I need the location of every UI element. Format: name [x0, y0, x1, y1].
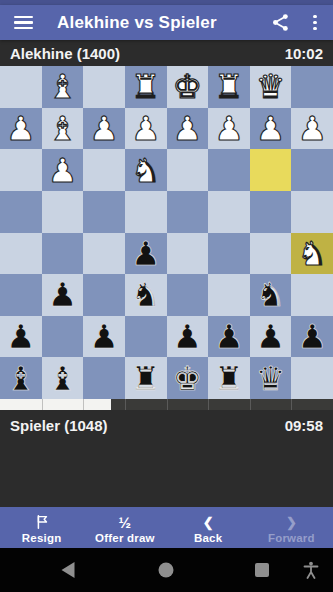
eval-bar-separator — [291, 399, 292, 410]
square-b4[interactable] — [250, 191, 292, 233]
black-knight: ♞ — [256, 274, 286, 315]
black-pawn: ♟ — [173, 316, 203, 357]
black-pawn: ♟ — [256, 316, 286, 357]
white-rook: ♜ — [214, 66, 244, 107]
white-pawn: ♟ — [256, 108, 286, 149]
square-d5[interactable] — [167, 233, 209, 275]
square-g5[interactable] — [42, 233, 84, 275]
nav-recents-icon[interactable] — [255, 563, 269, 577]
square-h3[interactable] — [0, 149, 42, 191]
android-nav-bar — [0, 548, 333, 592]
square-a1[interactable] — [291, 66, 333, 108]
square-g2[interactable]: ♝ — [42, 108, 84, 150]
black-rook: ♜ — [214, 358, 244, 399]
square-f4[interactable] — [83, 191, 125, 233]
square-c3[interactable] — [208, 149, 250, 191]
square-e8[interactable]: ♜ — [125, 357, 167, 399]
white-knight: ♞ — [131, 150, 161, 191]
square-f1[interactable] — [83, 66, 125, 108]
square-f8[interactable] — [83, 357, 125, 399]
offer-draw-button[interactable]: ½ Offer draw — [83, 507, 166, 548]
square-g3[interactable]: ♟ — [42, 149, 84, 191]
square-g7[interactable] — [42, 316, 84, 358]
square-f7[interactable]: ♟ — [83, 316, 125, 358]
panel-spacer — [0, 440, 333, 507]
square-f2[interactable]: ♟ — [83, 108, 125, 150]
white-pawn: ♟ — [297, 108, 327, 149]
square-b7[interactable]: ♟ — [250, 316, 292, 358]
square-d4[interactable] — [167, 191, 209, 233]
black-queen: ♛ — [256, 358, 286, 399]
square-f5[interactable] — [83, 233, 125, 275]
square-a3[interactable] — [291, 149, 333, 191]
white-bishop: ♝ — [48, 66, 78, 107]
accessibility-icon[interactable] — [303, 561, 319, 579]
square-d3[interactable] — [167, 149, 209, 191]
square-d6[interactable] — [167, 274, 209, 316]
square-c7[interactable]: ♟ — [208, 316, 250, 358]
square-f6[interactable] — [83, 274, 125, 316]
white-pawn: ♟ — [89, 108, 119, 149]
square-e6[interactable]: ♞ — [125, 274, 167, 316]
chevron-right-icon: ❯ — [286, 514, 297, 531]
black-pawn: ♟ — [297, 316, 327, 357]
square-h2[interactable]: ♟ — [0, 108, 42, 150]
square-a6[interactable] — [291, 274, 333, 316]
offer-draw-label: Offer draw — [95, 532, 155, 544]
black-knight: ♞ — [131, 274, 161, 315]
opponent-bar: Alekhine (1400) 10:02 — [0, 40, 333, 66]
player-clock: 09:58 — [285, 417, 323, 434]
eval-bar — [0, 399, 333, 410]
black-king: ♚ — [173, 358, 203, 399]
bottom-toolbar: Resign ½ Offer draw ❮ Back ❯ Forward — [0, 507, 333, 548]
eval-bar-separator — [208, 399, 209, 410]
player-name: Spieler (1048) — [10, 417, 108, 434]
eval-bar-separator — [167, 399, 168, 410]
chess-board[interactable]: ♝♜♚♜♛♟♝♟♟♟♟♟♟♟♞♟♞♟♞♞♟♟♟♟♟♟♝♝♜♚♜♛ — [0, 66, 333, 399]
white-pawn: ♟ — [6, 108, 36, 149]
square-b3[interactable] — [250, 149, 292, 191]
square-a5[interactable]: ♞ — [291, 233, 333, 275]
square-g8[interactable]: ♝ — [42, 357, 84, 399]
square-c6[interactable] — [208, 274, 250, 316]
black-pawn: ♟ — [6, 316, 36, 357]
white-pawn: ♟ — [48, 150, 78, 191]
square-g6[interactable]: ♟ — [42, 274, 84, 316]
square-h4[interactable] — [0, 191, 42, 233]
white-pawn: ♟ — [173, 108, 203, 149]
square-b8[interactable]: ♛ — [250, 357, 292, 399]
square-b1[interactable]: ♛ — [250, 66, 292, 108]
square-h6[interactable] — [0, 274, 42, 316]
square-b2[interactable]: ♟ — [250, 108, 292, 150]
forward-label: Forward — [268, 532, 315, 544]
player-bar: Spieler (1048) 09:58 — [0, 410, 333, 440]
overflow-menu-icon[interactable] — [311, 13, 319, 33]
square-h1[interactable] — [0, 66, 42, 108]
square-g1[interactable]: ♝ — [42, 66, 84, 108]
square-a8[interactable] — [291, 357, 333, 399]
square-c2[interactable]: ♟ — [208, 108, 250, 150]
white-queen: ♛ — [256, 66, 286, 107]
square-b5[interactable] — [250, 233, 292, 275]
square-e5[interactable]: ♟ — [125, 233, 167, 275]
share-icon[interactable] — [271, 13, 290, 32]
back-button[interactable]: ❮ Back — [167, 507, 250, 548]
opponent-clock: 10:02 — [285, 45, 323, 62]
black-bishop: ♝ — [48, 358, 78, 399]
black-bishop: ♝ — [6, 358, 36, 399]
menu-icon[interactable] — [14, 16, 33, 29]
square-d1[interactable]: ♚ — [167, 66, 209, 108]
back-label: Back — [194, 532, 222, 544]
nav-back-icon[interactable] — [62, 562, 75, 578]
black-pawn: ♟ — [48, 274, 78, 315]
flag-icon — [33, 514, 51, 531]
black-pawn: ♟ — [131, 233, 161, 274]
square-h7[interactable]: ♟ — [0, 316, 42, 358]
black-rook: ♜ — [131, 358, 161, 399]
white-pawn: ♟ — [131, 108, 161, 149]
eval-bar-separator — [250, 399, 251, 410]
white-knight: ♞ — [297, 233, 327, 274]
half-point-icon: ½ — [119, 514, 132, 531]
square-c4[interactable] — [208, 191, 250, 233]
white-pawn: ♟ — [214, 108, 244, 149]
opponent-name: Alekhine (1400) — [10, 45, 120, 62]
square-b6[interactable]: ♞ — [250, 274, 292, 316]
square-a2[interactable]: ♟ — [291, 108, 333, 150]
white-bishop: ♝ — [48, 108, 78, 149]
app-bar: Alekhine vs Spieler — [0, 5, 333, 40]
square-h5[interactable] — [0, 233, 42, 275]
black-pawn: ♟ — [89, 316, 119, 357]
resign-label: Resign — [22, 532, 62, 544]
square-e7[interactable] — [125, 316, 167, 358]
forward-button[interactable]: ❯ Forward — [250, 507, 333, 548]
square-d8[interactable]: ♚ — [167, 357, 209, 399]
white-king: ♚ — [173, 66, 203, 107]
square-e2[interactable]: ♟ — [125, 108, 167, 150]
square-g4[interactable] — [42, 191, 84, 233]
square-f3[interactable] — [83, 149, 125, 191]
nav-home-icon[interactable] — [159, 563, 174, 578]
black-pawn: ♟ — [214, 316, 244, 357]
eval-bar-separator — [42, 399, 43, 410]
resign-button[interactable]: Resign — [0, 507, 83, 548]
chevron-left-icon: ❮ — [203, 514, 214, 531]
square-c5[interactable] — [208, 233, 250, 275]
square-e1[interactable]: ♜ — [125, 66, 167, 108]
square-h8[interactable]: ♝ — [0, 357, 42, 399]
white-rook: ♜ — [131, 66, 161, 107]
square-d2[interactable]: ♟ — [167, 108, 209, 150]
app-screen: Alekhine vs Spieler Alekhine (1400) 10:0… — [0, 0, 333, 592]
bottom-panel: Spieler (1048) 09:58 — [0, 410, 333, 507]
square-e4[interactable] — [125, 191, 167, 233]
square-e3[interactable]: ♞ — [125, 149, 167, 191]
eval-bar-separator — [125, 399, 126, 410]
square-c1[interactable]: ♜ — [208, 66, 250, 108]
square-c8[interactable]: ♜ — [208, 357, 250, 399]
square-a4[interactable] — [291, 191, 333, 233]
page-title: Alekhine vs Spieler — [57, 13, 217, 33]
square-a7[interactable]: ♟ — [291, 316, 333, 358]
eval-bar-white-portion — [0, 399, 111, 410]
eval-bar-separator — [83, 399, 84, 410]
square-d7[interactable]: ♟ — [167, 316, 209, 358]
